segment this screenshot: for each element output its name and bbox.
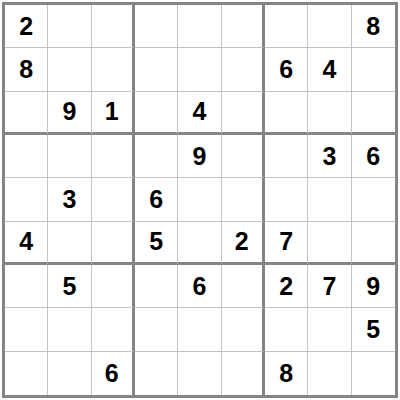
- cell-r7c5[interactable]: 6: [178, 265, 221, 308]
- cell-r4c2[interactable]: [48, 135, 91, 178]
- cell-r4c8[interactable]: 3: [308, 135, 351, 178]
- cell-r8c8[interactable]: [308, 308, 351, 351]
- cell-r1c7[interactable]: [265, 5, 308, 48]
- cell-r1c1[interactable]: 2: [5, 5, 48, 48]
- cell-r7c3[interactable]: [92, 265, 135, 308]
- cell-r5c2[interactable]: 3: [48, 178, 91, 221]
- cell-r5c6[interactable]: [222, 178, 265, 221]
- cell-r8c9[interactable]: 5: [352, 308, 395, 351]
- cell-r2c9[interactable]: [352, 48, 395, 91]
- cell-r6c2[interactable]: [48, 222, 91, 265]
- cell-r1c9[interactable]: 8: [352, 5, 395, 48]
- cell-r8c5[interactable]: [178, 308, 221, 351]
- cell-r9c9[interactable]: [352, 352, 395, 395]
- cell-r5c8[interactable]: [308, 178, 351, 221]
- cell-r5c7[interactable]: [265, 178, 308, 221]
- cell-r3c5[interactable]: 4: [178, 92, 221, 135]
- cell-r2c1[interactable]: 8: [5, 48, 48, 91]
- cell-r1c5[interactable]: [178, 5, 221, 48]
- cell-r3c1[interactable]: [5, 92, 48, 135]
- cell-r6c6[interactable]: 2: [222, 222, 265, 265]
- cell-r8c1[interactable]: [5, 308, 48, 351]
- cell-r5c9[interactable]: [352, 178, 395, 221]
- cell-r3c6[interactable]: [222, 92, 265, 135]
- cell-r3c9[interactable]: [352, 92, 395, 135]
- cell-r4c3[interactable]: [92, 135, 135, 178]
- cell-r7c8[interactable]: 7: [308, 265, 351, 308]
- cell-r2c8[interactable]: 4: [308, 48, 351, 91]
- cell-r2c6[interactable]: [222, 48, 265, 91]
- cell-r2c4[interactable]: [135, 48, 178, 91]
- cell-r6c4[interactable]: 5: [135, 222, 178, 265]
- cell-r9c1[interactable]: [5, 352, 48, 395]
- cell-r8c3[interactable]: [92, 308, 135, 351]
- cell-r4c4[interactable]: [135, 135, 178, 178]
- cell-r9c2[interactable]: [48, 352, 91, 395]
- cell-r6c8[interactable]: [308, 222, 351, 265]
- cell-r9c6[interactable]: [222, 352, 265, 395]
- cell-r9c8[interactable]: [308, 352, 351, 395]
- cell-r3c4[interactable]: [135, 92, 178, 135]
- cell-r7c9[interactable]: 9: [352, 265, 395, 308]
- cell-r5c5[interactable]: [178, 178, 221, 221]
- cell-r1c3[interactable]: [92, 5, 135, 48]
- cell-r5c1[interactable]: [5, 178, 48, 221]
- sudoku-board: 2886491493636452756279568: [2, 2, 398, 398]
- cell-r6c3[interactable]: [92, 222, 135, 265]
- cell-r8c6[interactable]: [222, 308, 265, 351]
- cell-r9c5[interactable]: [178, 352, 221, 395]
- cell-r8c4[interactable]: [135, 308, 178, 351]
- cell-r6c5[interactable]: [178, 222, 221, 265]
- cell-r6c9[interactable]: [352, 222, 395, 265]
- cell-r2c3[interactable]: [92, 48, 135, 91]
- cell-r7c1[interactable]: [5, 265, 48, 308]
- cell-r5c4[interactable]: 6: [135, 178, 178, 221]
- cell-r3c3[interactable]: 1: [92, 92, 135, 135]
- cell-r2c5[interactable]: [178, 48, 221, 91]
- cell-r6c1[interactable]: 4: [5, 222, 48, 265]
- cell-r3c8[interactable]: [308, 92, 351, 135]
- cell-r1c6[interactable]: [222, 5, 265, 48]
- cell-r1c8[interactable]: [308, 5, 351, 48]
- cell-r3c7[interactable]: [265, 92, 308, 135]
- cell-r7c7[interactable]: 2: [265, 265, 308, 308]
- sudoku-grid: 2886491493636452756279568: [5, 5, 395, 395]
- cell-r4c6[interactable]: [222, 135, 265, 178]
- cell-r4c1[interactable]: [5, 135, 48, 178]
- cell-r3c2[interactable]: 9: [48, 92, 91, 135]
- cell-r6c7[interactable]: 7: [265, 222, 308, 265]
- cell-r2c2[interactable]: [48, 48, 91, 91]
- cell-r4c5[interactable]: 9: [178, 135, 221, 178]
- cell-r1c2[interactable]: [48, 5, 91, 48]
- cell-r4c9[interactable]: 6: [352, 135, 395, 178]
- cell-r9c7[interactable]: 8: [265, 352, 308, 395]
- cell-r8c7[interactable]: [265, 308, 308, 351]
- cell-r7c6[interactable]: [222, 265, 265, 308]
- cell-r4c7[interactable]: [265, 135, 308, 178]
- cell-r8c2[interactable]: [48, 308, 91, 351]
- cell-r7c2[interactable]: 5: [48, 265, 91, 308]
- cell-r2c7[interactable]: 6: [265, 48, 308, 91]
- cell-r9c4[interactable]: [135, 352, 178, 395]
- cell-r1c4[interactable]: [135, 5, 178, 48]
- cell-r5c3[interactable]: [92, 178, 135, 221]
- cell-r7c4[interactable]: [135, 265, 178, 308]
- cell-r9c3[interactable]: 6: [92, 352, 135, 395]
